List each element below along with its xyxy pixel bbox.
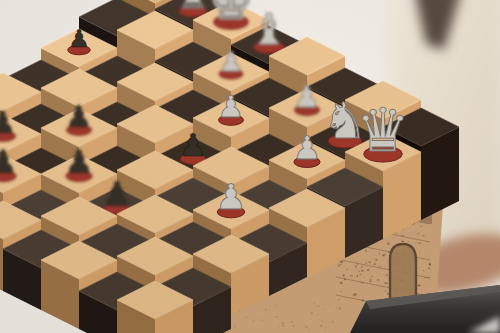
- print-speckle: [265, 309, 267, 311]
- piece-group: ♝: [250, 4, 289, 54]
- print-speckle: [290, 321, 292, 323]
- piece-group: ♟: [293, 129, 322, 168]
- print-speckle: [366, 262, 367, 264]
- piece-group: ♟: [66, 99, 93, 135]
- piece-white-P: ♟: [293, 129, 322, 167]
- print-speckle: [324, 309, 326, 310]
- print-speckle: [363, 277, 365, 278]
- piece-black-P: ♟: [0, 105, 16, 140]
- print-speckle: [369, 279, 372, 280]
- piece-black-P: ♟: [68, 25, 90, 53]
- print-speckle: [346, 269, 348, 271]
- print-speckle: [343, 274, 345, 276]
- print-speckle: [338, 265, 339, 267]
- piece-black-P: ♟: [179, 127, 207, 163]
- print-speckle: [377, 279, 380, 280]
- print-speckle: [253, 320, 254, 322]
- piece-white-P: ♟: [219, 46, 243, 77]
- print-speckle: [310, 313, 313, 314]
- print-speckle: [385, 253, 386, 255]
- print-speckle: [282, 322, 285, 324]
- print-speckle: [329, 304, 331, 305]
- print-speckle: [374, 259, 375, 260]
- print-speckle: [355, 265, 356, 267]
- print-speckle: [355, 293, 357, 295]
- print-speckle: [408, 241, 409, 242]
- print-speckle: [357, 275, 358, 277]
- piece-group: ♟: [218, 89, 245, 125]
- print-speckle: [415, 242, 417, 243]
- piece-white-P: ♟: [218, 89, 245, 124]
- piece-black-P: ♟: [66, 99, 93, 134]
- print-speckle: [385, 274, 387, 276]
- piece-group: ♟: [219, 46, 243, 79]
- piece-black-P: ♟: [0, 143, 17, 181]
- piece-black-P: ♟: [65, 143, 94, 181]
- castle-gate-arch: [390, 244, 416, 303]
- piece-white-P: ♟: [215, 177, 246, 217]
- print-speckle: [375, 259, 377, 261]
- chess-photo-scene: ♜♟♚♝♟♟♟♟♟♟♟♞♟♟♟♛♟♟: [0, 0, 500, 333]
- piece-white-Q: ♛: [356, 95, 410, 165]
- print-speckle: [385, 283, 388, 284]
- print-speckle: [276, 316, 279, 317]
- print-speckle: [263, 320, 264, 321]
- print-speckle: [370, 280, 372, 282]
- print-speckle: [331, 321, 333, 323]
- print-speckle: [429, 263, 431, 265]
- piece-black-P: ♟: [102, 174, 132, 214]
- print-speckle: [367, 269, 369, 271]
- print-speckle: [361, 299, 364, 301]
- print-speckle: [417, 285, 420, 286]
- print-speckle: [423, 235, 425, 236]
- print-speckle: [245, 317, 247, 319]
- piece-group: ♛: [356, 95, 410, 165]
- print-speckle: [278, 325, 279, 327]
- print-speckle: [387, 243, 390, 245]
- print-speckle: [260, 319, 261, 320]
- print-speckle: [429, 268, 430, 270]
- print-speckle: [340, 282, 342, 284]
- piece-group: ♟: [65, 143, 94, 182]
- print-speckle: [379, 266, 381, 267]
- print-speckle: [420, 226, 422, 227]
- print-speckle: [387, 293, 388, 295]
- print-speckle: [317, 314, 319, 315]
- piece-white-K: ♚: [208, 0, 255, 31]
- print-speckle: [234, 326, 235, 328]
- print-speckle: [424, 277, 426, 278]
- print-speckle: [382, 254, 385, 256]
- piece-group: ♟: [0, 143, 17, 182]
- print-speckle: [308, 329, 311, 330]
- print-speckle: [402, 241, 404, 242]
- print-speckle: [350, 275, 353, 276]
- print-speckle: [275, 305, 277, 307]
- print-speckle: [320, 325, 323, 327]
- print-speckle: [357, 263, 358, 265]
- print-speckle: [423, 270, 424, 271]
- photo: ♜♟♚♝♟♟♟♟♟♟♟♞♟♟♟♛♟♟: [0, 0, 500, 333]
- print-speckle: [340, 261, 343, 263]
- piece-white-P: ♟: [294, 79, 321, 114]
- print-speckle: [361, 282, 364, 283]
- piece-white-B: ♝: [250, 4, 289, 54]
- print-speckle: [293, 325, 295, 327]
- print-speckle: [374, 263, 377, 265]
- print-speckle: [344, 279, 346, 281]
- print-speckle: [417, 233, 419, 234]
- print-speckle: [321, 320, 323, 322]
- print-speckle: [341, 291, 342, 292]
- piece-group: ♟: [294, 79, 321, 115]
- piece-group: ♟: [0, 105, 16, 141]
- print-speckle: [385, 290, 387, 292]
- print-speckle: [304, 325, 305, 326]
- print-speckle: [317, 306, 319, 307]
- print-speckle: [325, 328, 326, 330]
- print-speckle: [401, 235, 404, 236]
- print-speckle: [360, 274, 362, 275]
- print-speckle: [314, 302, 315, 304]
- piece-group: ♟: [215, 177, 246, 218]
- print-speckle: [427, 277, 429, 278]
- piece-group: ♟: [68, 25, 91, 55]
- print-speckle: [311, 312, 312, 313]
- print-speckle: [379, 253, 380, 255]
- print-speckle: [369, 262, 371, 263]
- print-speckle: [338, 299, 339, 300]
- print-speckle: [371, 276, 372, 277]
- print-speckle: [305, 326, 307, 328]
- print-speckle: [353, 294, 355, 296]
- print-speckle: [358, 271, 360, 273]
- print-speckle: [418, 242, 420, 244]
- piece-group: ♟: [179, 127, 207, 164]
- print-speckle: [361, 270, 363, 272]
- piece-group: ♚: [208, 0, 255, 31]
- print-speckle: [282, 325, 285, 327]
- print-speckle: [339, 264, 342, 265]
- print-speckle: [337, 308, 338, 309]
- print-speckle: [365, 250, 366, 252]
- print-speckle: [361, 266, 363, 267]
- print-speckle: [339, 308, 340, 310]
